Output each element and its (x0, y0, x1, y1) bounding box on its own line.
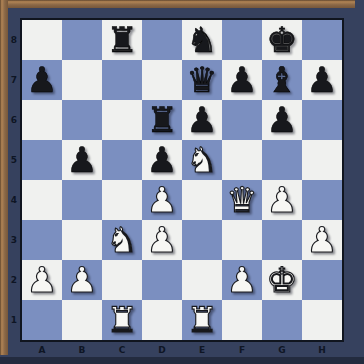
rank-label-2: 2 (8, 260, 20, 300)
rank-label-5: 5 (8, 140, 20, 180)
piece-black-queen[interactable]: ♛ (186, 63, 217, 98)
square-c3[interactable]: ♞ (102, 220, 142, 260)
rank-label-4: 4 (8, 180, 20, 220)
piece-white-pawn[interactable]: ♟ (146, 223, 177, 258)
square-d2[interactable] (142, 260, 182, 300)
piece-black-bishop[interactable]: ♝ (266, 63, 297, 98)
file-label-b: B (62, 343, 102, 357)
square-f8[interactable] (222, 20, 262, 60)
square-d3[interactable]: ♟ (142, 220, 182, 260)
square-f3[interactable] (222, 220, 262, 260)
piece-black-pawn[interactable]: ♟ (226, 63, 257, 98)
square-b7[interactable] (62, 60, 102, 100)
square-a7[interactable]: ♟ (22, 60, 62, 100)
square-a3[interactable] (22, 220, 62, 260)
square-h6[interactable] (302, 100, 342, 140)
square-g8[interactable]: ♚ (262, 20, 302, 60)
square-f5[interactable] (222, 140, 262, 180)
file-label-e: E (182, 343, 222, 357)
piece-black-king[interactable]: ♚ (266, 23, 297, 58)
square-g4[interactable]: ♟ (262, 180, 302, 220)
square-b6[interactable] (62, 100, 102, 140)
square-f7[interactable]: ♟ (222, 60, 262, 100)
piece-black-pawn[interactable]: ♟ (186, 103, 217, 138)
piece-black-pawn[interactable]: ♟ (66, 143, 97, 178)
piece-black-pawn[interactable]: ♟ (266, 103, 297, 138)
square-e8[interactable]: ♞ (182, 20, 222, 60)
square-e1[interactable]: ♜ (182, 300, 222, 340)
piece-black-pawn[interactable]: ♟ (306, 63, 337, 98)
chess-board: ♜♞♚♟♛♟♝♟♜♟♟♟♟♞♟♛♟♞♟♟♟♟♟♚♜♜ (20, 18, 344, 342)
square-a1[interactable] (22, 300, 62, 340)
square-d6[interactable]: ♜ (142, 100, 182, 140)
piece-white-rook[interactable]: ♜ (186, 303, 217, 338)
piece-white-pawn[interactable]: ♟ (306, 223, 337, 258)
square-c2[interactable] (102, 260, 142, 300)
piece-white-pawn[interactable]: ♟ (266, 183, 297, 218)
square-c1[interactable]: ♜ (102, 300, 142, 340)
square-a2[interactable]: ♟ (22, 260, 62, 300)
square-e7[interactable]: ♛ (182, 60, 222, 100)
square-b2[interactable]: ♟ (62, 260, 102, 300)
rank-label-1: 1 (8, 300, 20, 340)
square-e3[interactable] (182, 220, 222, 260)
square-d8[interactable] (142, 20, 182, 60)
piece-black-pawn[interactable]: ♟ (146, 143, 177, 178)
square-c7[interactable] (102, 60, 142, 100)
frame-top-bevel (0, 0, 355, 8)
rank-label-6: 6 (8, 100, 20, 140)
piece-black-rook[interactable]: ♜ (146, 103, 177, 138)
square-f2[interactable]: ♟ (222, 260, 262, 300)
square-b4[interactable] (62, 180, 102, 220)
square-h5[interactable] (302, 140, 342, 180)
square-a4[interactable] (22, 180, 62, 220)
square-g6[interactable]: ♟ (262, 100, 302, 140)
square-g5[interactable] (262, 140, 302, 180)
square-a6[interactable] (22, 100, 62, 140)
square-d5[interactable]: ♟ (142, 140, 182, 180)
file-label-d: D (142, 343, 182, 357)
square-f4[interactable]: ♛ (222, 180, 262, 220)
piece-black-rook[interactable]: ♜ (106, 23, 137, 58)
square-g2[interactable]: ♚ (262, 260, 302, 300)
square-e6[interactable]: ♟ (182, 100, 222, 140)
square-g7[interactable]: ♝ (262, 60, 302, 100)
file-label-h: H (302, 343, 342, 357)
piece-white-knight[interactable]: ♞ (186, 143, 217, 178)
square-h7[interactable]: ♟ (302, 60, 342, 100)
square-a5[interactable] (22, 140, 62, 180)
square-f6[interactable] (222, 100, 262, 140)
square-e5[interactable]: ♞ (182, 140, 222, 180)
square-b8[interactable] (62, 20, 102, 60)
piece-white-rook[interactable]: ♜ (106, 303, 137, 338)
square-h8[interactable] (302, 20, 342, 60)
frame-left-bevel (0, 0, 8, 355)
chess-app-frame: ♜♞♚♟♛♟♝♟♜♟♟♟♟♞♟♛♟♞♟♟♟♟♟♚♜♜ 87654321 ABCD… (0, 0, 364, 364)
square-h1[interactable] (302, 300, 342, 340)
square-h2[interactable] (302, 260, 342, 300)
frame-bottom-shadow (0, 357, 364, 364)
piece-white-knight[interactable]: ♞ (106, 223, 137, 258)
square-b1[interactable] (62, 300, 102, 340)
square-e4[interactable] (182, 180, 222, 220)
piece-black-knight[interactable]: ♞ (186, 23, 217, 58)
rank-label-7: 7 (8, 60, 20, 100)
piece-white-pawn[interactable]: ♟ (226, 263, 257, 298)
square-g3[interactable] (262, 220, 302, 260)
square-f1[interactable] (222, 300, 262, 340)
file-label-g: G (262, 343, 302, 357)
rank-label-8: 8 (8, 20, 20, 60)
square-d4[interactable]: ♟ (142, 180, 182, 220)
piece-black-pawn[interactable]: ♟ (26, 63, 57, 98)
piece-white-queen[interactable]: ♛ (226, 183, 257, 218)
square-d7[interactable] (142, 60, 182, 100)
file-coordinates: ABCDEFGH (22, 343, 342, 357)
square-c6[interactable] (102, 100, 142, 140)
square-h3[interactable]: ♟ (302, 220, 342, 260)
square-c8[interactable]: ♜ (102, 20, 142, 60)
square-b5[interactable]: ♟ (62, 140, 102, 180)
piece-white-pawn[interactable]: ♟ (26, 263, 57, 298)
rank-label-3: 3 (8, 220, 20, 260)
square-h4[interactable] (302, 180, 342, 220)
piece-white-king[interactable]: ♚ (266, 263, 297, 298)
square-a8[interactable] (22, 20, 62, 60)
file-label-c: C (102, 343, 142, 357)
square-c5[interactable] (102, 140, 142, 180)
file-label-a: A (22, 343, 62, 357)
square-d1[interactable] (142, 300, 182, 340)
square-g1[interactable] (262, 300, 302, 340)
file-label-f: F (222, 343, 262, 357)
piece-white-pawn[interactable]: ♟ (66, 263, 97, 298)
square-c4[interactable] (102, 180, 142, 220)
piece-white-pawn[interactable]: ♟ (146, 183, 177, 218)
square-e2[interactable] (182, 260, 222, 300)
square-b3[interactable] (62, 220, 102, 260)
rank-coordinates: 87654321 (8, 20, 20, 340)
